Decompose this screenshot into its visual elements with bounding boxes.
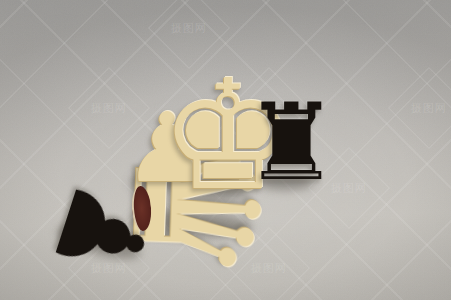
black-rook-piece: ♜	[238, 90, 344, 196]
chess-photo-scene: 摄图网 摄图网 摄图网 摄图网 摄图网 摄图网 摄图网 摄图网 ♛ ♟ ♚ ♜ …	[0, 0, 451, 300]
watermark-diamond: 摄图网	[388, 67, 451, 149]
